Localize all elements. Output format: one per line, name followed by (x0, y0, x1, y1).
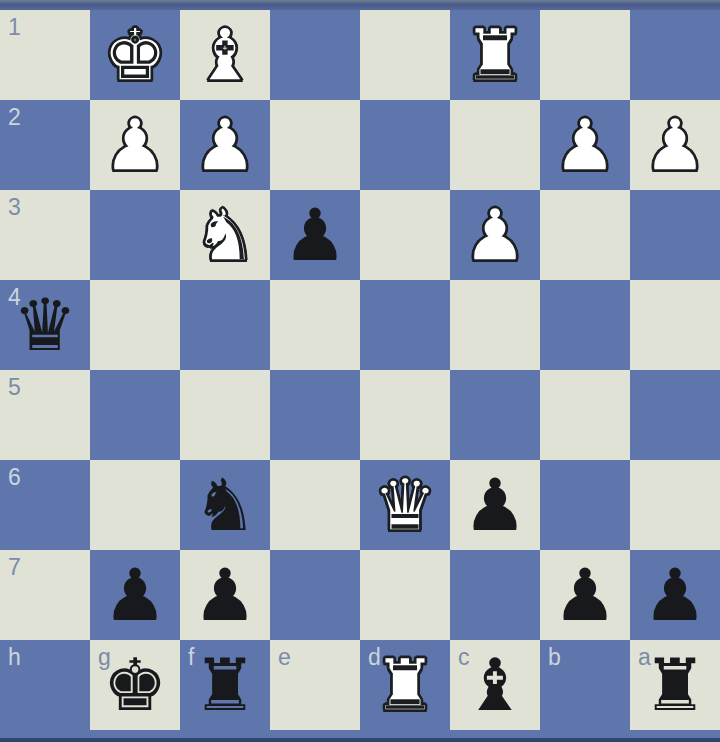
black-bishop-piece[interactable]: ♝ (450, 640, 540, 730)
black-rook-piece[interactable]: ♜ (180, 640, 270, 730)
square-h4[interactable]: 4♛ (0, 280, 90, 370)
white-pawn-piece[interactable]: ♟ (180, 100, 270, 190)
black-king-piece[interactable]: ♚ (90, 640, 180, 730)
black-knight-piece[interactable]: ♞ (180, 460, 270, 550)
square-f3[interactable]: ♞ (180, 190, 270, 280)
square-b6[interactable] (540, 460, 630, 550)
black-pawn-piece[interactable]: ♟ (90, 550, 180, 640)
square-d2[interactable] (360, 100, 450, 190)
square-c8[interactable]: c♝ (450, 640, 540, 730)
square-b8[interactable]: b (540, 640, 630, 730)
square-d5[interactable] (360, 370, 450, 460)
square-a8[interactable]: a♜ (630, 640, 720, 730)
square-f4[interactable] (180, 280, 270, 370)
white-rook-piece[interactable]: ♜ (450, 10, 540, 100)
coordinate-label-6: 6 (8, 464, 21, 490)
square-e6[interactable] (270, 460, 360, 550)
square-f6[interactable]: ♞ (180, 460, 270, 550)
white-king-piece[interactable]: ♚ (90, 10, 180, 100)
app-screen: 1♚♝♜2♟♟♟♟3♞♟♟4♛56♞♛♟7♟♟♟♟hg♚f♜ed♜c♝ba♜ (0, 0, 720, 742)
square-h2[interactable]: 2 (0, 100, 90, 190)
black-queen-piece[interactable]: ♛ (0, 280, 90, 370)
square-g8[interactable]: g♚ (90, 640, 180, 730)
square-c1[interactable]: ♜ (450, 10, 540, 100)
coordinate-label-e: e (278, 644, 291, 670)
square-d4[interactable] (360, 280, 450, 370)
white-knight-piece[interactable]: ♞ (180, 190, 270, 280)
square-c6[interactable]: ♟ (450, 460, 540, 550)
square-c7[interactable] (450, 550, 540, 640)
square-e8[interactable]: e (270, 640, 360, 730)
square-g7[interactable]: ♟ (90, 550, 180, 640)
square-g6[interactable] (90, 460, 180, 550)
square-f2[interactable]: ♟ (180, 100, 270, 190)
square-a2[interactable]: ♟ (630, 100, 720, 190)
square-h1[interactable]: 1 (0, 10, 90, 100)
square-f1[interactable]: ♝ (180, 10, 270, 100)
white-pawn-piece[interactable]: ♟ (630, 100, 720, 190)
square-b4[interactable] (540, 280, 630, 370)
square-h3[interactable]: 3 (0, 190, 90, 280)
square-e2[interactable] (270, 100, 360, 190)
square-a4[interactable] (630, 280, 720, 370)
white-rook-piece[interactable]: ♜ (360, 640, 450, 730)
black-pawn-piece[interactable]: ♟ (450, 460, 540, 550)
white-queen-piece[interactable]: ♛ (360, 460, 450, 550)
square-a7[interactable]: ♟ (630, 550, 720, 640)
coordinate-label-7: 7 (8, 554, 21, 580)
square-g3[interactable] (90, 190, 180, 280)
square-e1[interactable] (270, 10, 360, 100)
top-bar (0, 0, 720, 10)
square-d8[interactable]: d♜ (360, 640, 450, 730)
coordinate-label-2: 2 (8, 104, 21, 130)
coordinate-label-3: 3 (8, 194, 21, 220)
square-e7[interactable] (270, 550, 360, 640)
white-pawn-piece[interactable]: ♟ (540, 100, 630, 190)
white-pawn-piece[interactable]: ♟ (450, 190, 540, 280)
square-d3[interactable] (360, 190, 450, 280)
black-pawn-piece[interactable]: ♟ (180, 550, 270, 640)
square-h5[interactable]: 5 (0, 370, 90, 460)
square-g5[interactable] (90, 370, 180, 460)
black-rook-piece[interactable]: ♜ (630, 640, 720, 730)
square-d7[interactable] (360, 550, 450, 640)
square-f5[interactable] (180, 370, 270, 460)
square-d1[interactable] (360, 10, 450, 100)
square-b5[interactable] (540, 370, 630, 460)
square-f7[interactable]: ♟ (180, 550, 270, 640)
square-b7[interactable]: ♟ (540, 550, 630, 640)
square-c5[interactable] (450, 370, 540, 460)
white-pawn-piece[interactable]: ♟ (90, 100, 180, 190)
black-pawn-piece[interactable]: ♟ (270, 190, 360, 280)
square-g4[interactable] (90, 280, 180, 370)
square-g2[interactable]: ♟ (90, 100, 180, 190)
square-b3[interactable] (540, 190, 630, 280)
black-pawn-piece[interactable]: ♟ (540, 550, 630, 640)
square-h6[interactable]: 6 (0, 460, 90, 550)
coordinate-label-1: 1 (8, 14, 21, 40)
square-c4[interactable] (450, 280, 540, 370)
square-c3[interactable]: ♟ (450, 190, 540, 280)
black-pawn-piece[interactable]: ♟ (630, 550, 720, 640)
bottom-bar (0, 730, 720, 742)
square-e3[interactable]: ♟ (270, 190, 360, 280)
coordinate-label-5: 5 (8, 374, 21, 400)
square-h7[interactable]: 7 (0, 550, 90, 640)
square-a3[interactable] (630, 190, 720, 280)
square-a1[interactable] (630, 10, 720, 100)
square-a5[interactable] (630, 370, 720, 460)
square-f8[interactable]: f♜ (180, 640, 270, 730)
white-bishop-piece[interactable]: ♝ (180, 10, 270, 100)
square-g1[interactable]: ♚ (90, 10, 180, 100)
coordinate-label-b: b (548, 644, 561, 670)
square-b1[interactable] (540, 10, 630, 100)
square-c2[interactable] (450, 100, 540, 190)
square-e4[interactable] (270, 280, 360, 370)
square-h8[interactable]: h (0, 640, 90, 730)
chess-board: 1♚♝♜2♟♟♟♟3♞♟♟4♛56♞♛♟7♟♟♟♟hg♚f♜ed♜c♝ba♜ (0, 10, 720, 730)
square-a6[interactable] (630, 460, 720, 550)
square-b2[interactable]: ♟ (540, 100, 630, 190)
square-e5[interactable] (270, 370, 360, 460)
square-d6[interactable]: ♛ (360, 460, 450, 550)
coordinate-label-h: h (8, 644, 21, 670)
